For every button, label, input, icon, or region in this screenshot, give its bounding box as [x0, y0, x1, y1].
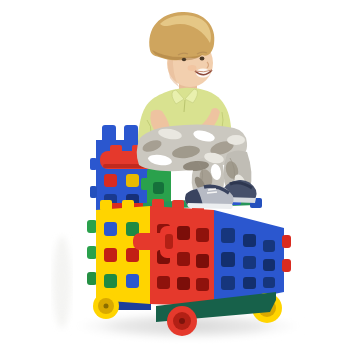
waffle-hole [243, 256, 256, 269]
waffle-hole [126, 274, 139, 288]
wheel-front-left [93, 293, 119, 319]
cheek-blush [188, 65, 197, 71]
eye [200, 57, 205, 61]
waffle-hole [104, 274, 117, 288]
waffle-hole [104, 248, 117, 262]
wall-shadow [53, 236, 71, 328]
waffle-hole [263, 259, 275, 271]
seat-back-tab [90, 186, 97, 198]
red-tab [282, 259, 291, 272]
seat-back-tab [90, 158, 97, 170]
eye [182, 58, 186, 61]
photo-svg [0, 0, 350, 350]
front-shoe-sole [187, 203, 232, 209]
waffle-hole [263, 240, 275, 252]
green-tab [87, 246, 97, 259]
waffle-hole [221, 252, 235, 267]
waffle-hole [196, 228, 209, 242]
waffle-hole [221, 228, 235, 243]
waffle-hole [157, 276, 170, 289]
waffle-hole [177, 277, 190, 290]
waffle-hole [104, 222, 117, 236]
waffle-hole [177, 226, 190, 240]
wheel-front-center [167, 306, 197, 336]
handle-hole [165, 234, 173, 249]
waffle-hole [243, 234, 256, 247]
waffle-hole [196, 254, 209, 268]
waffle-hole [126, 174, 139, 187]
green-tab [87, 220, 97, 233]
waffle-hole [126, 248, 139, 262]
waffle-hole [263, 277, 275, 288]
waffle-hole [177, 252, 190, 266]
photo-stage [0, 0, 350, 350]
waffle-hole [153, 182, 164, 194]
waffle-hole [243, 277, 256, 289]
green-tab [87, 272, 97, 285]
waffle-hole [196, 278, 209, 291]
waffle-hole [104, 174, 117, 187]
waffle-hole [221, 276, 235, 290]
red-tab [282, 235, 291, 248]
